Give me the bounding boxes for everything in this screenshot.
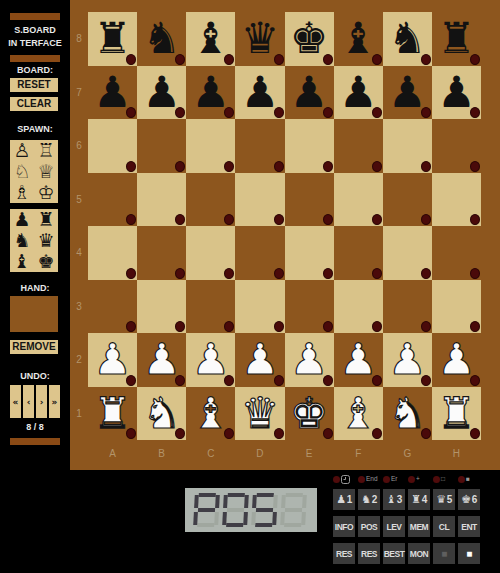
- square-d7[interactable]: ♟: [235, 66, 284, 120]
- black-piece-♟: ♟: [142, 71, 181, 114]
- led-label-1: End: [366, 476, 378, 483]
- led-dot: [433, 476, 440, 483]
- segment-g: [285, 508, 302, 512]
- sensor-dot: [175, 214, 185, 225]
- display-digit-2: [251, 493, 278, 527]
- sensor-dot: [274, 161, 284, 172]
- keypad: EndEr+□■ ♟1♞2♝3♜4♛5♚6INFOPOSLEVMEMCLENTR…: [333, 473, 480, 564]
- square-b5[interactable]: [137, 173, 186, 227]
- spawn-piece-black-5[interactable]: ♚: [34, 251, 58, 272]
- sensor-dot: [372, 375, 382, 386]
- file-label-H: H: [432, 440, 481, 466]
- rank-label-3: 3: [70, 280, 88, 334]
- led-indicator-row: EndEr+□■: [333, 473, 480, 486]
- sensor-dot: [421, 321, 431, 332]
- segment-c: [301, 512, 306, 525]
- black-piece-♟: ♟: [388, 71, 427, 114]
- sensor-dot: [372, 321, 382, 332]
- square-b3[interactable]: [137, 280, 186, 334]
- white-piece-♟: ♟: [388, 338, 427, 381]
- display-digit-1: [222, 493, 249, 527]
- piece-button-number: 3: [397, 494, 402, 505]
- sensor-dot: [470, 107, 480, 118]
- file-labels: ABCDEFGH: [88, 440, 481, 466]
- sensor-dot: [470, 375, 480, 386]
- spawn-section-label: SPAWN:: [0, 124, 70, 134]
- spawn-piece-black-1[interactable]: ♜: [34, 209, 58, 230]
- led-dot: [383, 476, 390, 483]
- square-b7[interactable]: ♟: [137, 66, 186, 120]
- white-piece-♝: ♝: [192, 392, 231, 435]
- segment-d: [284, 523, 301, 527]
- sensor-dot: [274, 321, 284, 332]
- segment-b: [273, 495, 278, 508]
- hand-section-label: HAND:: [0, 283, 70, 293]
- square-g8[interactable]: ♞: [383, 12, 432, 66]
- piece-button-number: 5: [447, 494, 452, 505]
- segment-c: [272, 512, 277, 525]
- black-piece-♟: ♟: [241, 71, 280, 114]
- square-h8[interactable]: ♜: [432, 12, 481, 66]
- file-label-B: B: [137, 440, 186, 466]
- undo-button-2[interactable]: ›: [36, 385, 47, 418]
- piece-button-number: 4: [422, 494, 427, 505]
- clock-icon: [341, 475, 350, 484]
- square-g4[interactable]: [383, 226, 432, 280]
- white-piece-♞: ♞: [388, 392, 427, 435]
- black-piece-♝: ♝: [192, 17, 231, 60]
- sensor-dot: [274, 428, 284, 439]
- sensor-dot: [175, 54, 185, 65]
- sensor-dot: [421, 54, 431, 65]
- piece-button-icon: ♞: [361, 493, 370, 506]
- spawn-piece-white-4[interactable]: ♗: [10, 182, 34, 203]
- sensor-dot: [175, 428, 185, 439]
- white-piece-♜: ♜: [437, 392, 476, 435]
- square-g1[interactable]: ♞: [383, 387, 432, 441]
- rank-label-1: 1: [70, 387, 88, 441]
- piece-button-number: 6: [472, 494, 477, 505]
- square-f6[interactable]: [334, 119, 383, 173]
- square-c3[interactable]: [186, 280, 235, 334]
- undo-button-0[interactable]: «: [10, 385, 21, 418]
- sensor-dot: [126, 107, 136, 118]
- spawn-piece-white-2[interactable]: ♘: [10, 161, 34, 182]
- black-piece-♟: ♟: [290, 71, 329, 114]
- black-piece-♛: ♛: [241, 17, 280, 60]
- segment-b: [215, 495, 220, 508]
- square-e5[interactable]: [285, 173, 334, 227]
- remove-button[interactable]: REMOVE: [10, 340, 58, 354]
- cl-button[interactable]: CL: [433, 516, 455, 537]
- sensor-dot: [224, 375, 234, 386]
- segment-b: [244, 495, 249, 508]
- spawn-piece-white-3[interactable]: ♕: [34, 161, 58, 182]
- white-piece-♟: ♟: [339, 338, 378, 381]
- piece-button-3[interactable]: ♝3: [383, 489, 405, 510]
- sensor-dot: [224, 214, 234, 225]
- piece-button-5[interactable]: ♛5: [433, 489, 455, 510]
- square-d6[interactable]: [235, 119, 284, 173]
- board-section-label: BOARD:: [0, 65, 70, 75]
- black-square-button[interactable]: ■: [433, 543, 455, 564]
- square-g7[interactable]: ♟: [383, 66, 432, 120]
- undo-button-1[interactable]: ‹: [23, 385, 34, 418]
- white-piece-♟: ♟: [241, 338, 280, 381]
- segment-a: [286, 493, 303, 497]
- sensor-dot: [126, 214, 136, 225]
- square-e8[interactable]: ♚: [285, 12, 334, 66]
- rank-labels: 87654321: [70, 12, 88, 440]
- square-c7[interactable]: ♟: [186, 66, 235, 120]
- segment-e: [280, 512, 285, 525]
- piece-button-number: 2: [372, 494, 377, 505]
- piece-button-icon: ♛: [436, 493, 445, 506]
- undo-button-3[interactable]: »: [49, 385, 60, 418]
- square-h4[interactable]: [432, 226, 481, 280]
- square-d3[interactable]: [235, 280, 284, 334]
- sensor-dot: [224, 161, 234, 172]
- spawn-palette-white: ♙♖♘♕♗♔: [10, 140, 58, 203]
- best-button-2[interactable]: BEST: [383, 543, 405, 564]
- white-piece-♜: ♜: [93, 392, 132, 435]
- square-d5[interactable]: [235, 173, 284, 227]
- square-f3[interactable]: [334, 280, 383, 334]
- white-piece-♛: ♛: [241, 392, 280, 435]
- sensor-dot: [421, 161, 431, 172]
- square-a7[interactable]: ♟: [88, 66, 137, 120]
- hand-box[interactable]: [10, 296, 58, 332]
- square-e1[interactable]: ♚: [285, 387, 334, 441]
- sensor-dot: [126, 321, 136, 332]
- sensor-dot: [175, 107, 185, 118]
- sensor-dot: [274, 107, 284, 118]
- spawn-piece-black-3[interactable]: ♛: [34, 230, 58, 251]
- display-digit-3: [280, 493, 307, 527]
- sensor-dot: [224, 321, 234, 332]
- undo-section-label: UNDO:: [0, 371, 70, 381]
- sensor-dot: [421, 214, 431, 225]
- sensor-dot: [372, 428, 382, 439]
- square-h5[interactable]: [432, 173, 481, 227]
- square-e7[interactable]: ♟: [285, 66, 334, 120]
- square-a5[interactable]: [88, 173, 137, 227]
- black-piece-♞: ♞: [142, 17, 181, 60]
- sensor-dot: [323, 54, 333, 65]
- square-a2[interactable]: ♟: [88, 333, 137, 387]
- spawn-piece-black-2[interactable]: ♞: [10, 230, 34, 251]
- square-e2[interactable]: ♟: [285, 333, 334, 387]
- segment-g: [227, 508, 244, 512]
- sensor-dot: [421, 268, 431, 279]
- sensor-dot: [126, 428, 136, 439]
- square-b1[interactable]: ♞: [137, 387, 186, 441]
- piece-button-2[interactable]: ♞2: [358, 489, 380, 510]
- sensor-dot: [372, 161, 382, 172]
- sensor-dot: [372, 214, 382, 225]
- segment-d: [255, 523, 272, 527]
- sensor-dot: [323, 428, 333, 439]
- led-dot: [408, 476, 415, 483]
- square-b8[interactable]: ♞: [137, 12, 186, 66]
- pos-button[interactable]: POS: [358, 516, 380, 537]
- square-f7[interactable]: ♟: [334, 66, 383, 120]
- clear-button[interactable]: CLEAR: [10, 97, 58, 111]
- white-piece-♟: ♟: [93, 338, 132, 381]
- square-c4[interactable]: [186, 226, 235, 280]
- segment-g: [198, 508, 215, 512]
- square-d2[interactable]: ♟: [235, 333, 284, 387]
- square-c8[interactable]: ♝: [186, 12, 235, 66]
- black-piece-♟: ♟: [192, 71, 231, 114]
- led-indicator-5: ■: [458, 473, 480, 486]
- sensor-dot: [421, 375, 431, 386]
- spawn-piece-black-0[interactable]: ♟: [10, 209, 34, 230]
- sensor-dot: [274, 268, 284, 279]
- square-e3[interactable]: [285, 280, 334, 334]
- spawn-piece-white-1[interactable]: ♖: [34, 140, 58, 161]
- sensor-dot: [224, 107, 234, 118]
- led-indicator-3: +: [408, 473, 430, 486]
- square-d4[interactable]: [235, 226, 284, 280]
- segment-a: [199, 493, 216, 497]
- spawn-piece-white-0[interactable]: ♙: [10, 140, 34, 161]
- info-button[interactable]: INFO: [333, 516, 355, 537]
- sensor-dot: [372, 54, 382, 65]
- square-g6[interactable]: [383, 119, 432, 173]
- sensor-dot: [274, 375, 284, 386]
- sensor-dot: [323, 107, 333, 118]
- rank-label-8: 8: [70, 12, 88, 66]
- rank-label-7: 7: [70, 66, 88, 120]
- segment-b: [302, 495, 307, 508]
- segment-f: [194, 495, 199, 508]
- keypad-buttons: ♟1♞2♝3♜4♛5♚6INFOPOSLEVMEMCLENTRESRESBEST…: [333, 489, 480, 564]
- black-piece-♜: ♜: [437, 17, 476, 60]
- black-piece-♝: ♝: [339, 17, 378, 60]
- sensor-dot: [372, 107, 382, 118]
- white-piece-♝: ♝: [339, 392, 378, 435]
- square-g3[interactable]: [383, 280, 432, 334]
- piece-button-icon: ♟: [336, 493, 345, 506]
- led-label-4: □: [441, 476, 445, 483]
- square-g2[interactable]: ♟: [383, 333, 432, 387]
- spawn-palette-black: ♟♜♞♛♝♚: [10, 209, 58, 272]
- divider-bar: [10, 55, 60, 62]
- led-label-2: Er: [391, 476, 398, 483]
- segment-e: [222, 512, 227, 525]
- square-c2[interactable]: ♟: [186, 333, 235, 387]
- square-a4[interactable]: [88, 226, 137, 280]
- square-b4[interactable]: [137, 226, 186, 280]
- segment-d: [226, 523, 243, 527]
- square-c1[interactable]: ♝: [186, 387, 235, 441]
- square-f2[interactable]: ♟: [334, 333, 383, 387]
- led-label-3: +: [416, 476, 420, 483]
- led-label-5: ■: [466, 476, 470, 483]
- segment-c: [243, 512, 248, 525]
- sensor-dot: [470, 161, 480, 172]
- square-h6[interactable]: [432, 119, 481, 173]
- segment-c: [214, 512, 219, 525]
- mon-button-3[interactable]: MON: [408, 543, 430, 564]
- ent-button[interactable]: ENT: [458, 516, 480, 537]
- res-button-1[interactable]: RES: [358, 543, 380, 564]
- divider-bar: [10, 438, 60, 445]
- mem-button[interactable]: MEM: [408, 516, 430, 537]
- sensor-dot: [175, 375, 185, 386]
- square-b6[interactable]: [137, 119, 186, 173]
- sensor-dot: [470, 428, 480, 439]
- led-dot: [333, 476, 340, 483]
- sidebar: S.BOARD IN TERFACE BOARD: RESET CLEAR SP…: [0, 0, 70, 573]
- segment-f: [223, 495, 228, 508]
- rank-label-6: 6: [70, 119, 88, 173]
- square-f5[interactable]: [334, 173, 383, 227]
- sensor-dot: [372, 268, 382, 279]
- segment-f: [252, 495, 257, 508]
- square-h1[interactable]: ♜: [432, 387, 481, 441]
- sensor-dot: [175, 268, 185, 279]
- square-c5[interactable]: [186, 173, 235, 227]
- piece-button-4[interactable]: ♜4: [408, 489, 430, 510]
- sensor-dot: [470, 268, 480, 279]
- segment-a: [228, 493, 245, 497]
- square-f4[interactable]: [334, 226, 383, 280]
- white-piece-♞: ♞: [142, 392, 181, 435]
- square-b2[interactable]: ♟: [137, 333, 186, 387]
- square-e4[interactable]: [285, 226, 334, 280]
- file-label-G: G: [383, 440, 432, 466]
- res-button-0[interactable]: RES: [333, 543, 355, 564]
- square-d1[interactable]: ♛: [235, 387, 284, 441]
- lev-button[interactable]: LEV: [383, 516, 405, 537]
- divider-bar: [10, 13, 60, 20]
- chess-computer-interface: S.BOARD IN TERFACE BOARD: RESET CLEAR SP…: [0, 0, 500, 573]
- seven-segment-display: [185, 488, 317, 532]
- led-dot: [358, 476, 365, 483]
- square-f8[interactable]: ♝: [334, 12, 383, 66]
- sensor-dot: [274, 54, 284, 65]
- piece-button-icon: ♜: [411, 493, 420, 506]
- app-title-line2: IN TERFACE: [0, 38, 70, 48]
- black-piece-♜: ♜: [93, 17, 132, 60]
- undo-counter: 8 / 8: [0, 422, 70, 432]
- rank-label-5: 5: [70, 173, 88, 227]
- black-piece-♟: ♟: [93, 71, 132, 114]
- square-a3[interactable]: [88, 280, 137, 334]
- white-piece-♟: ♟: [290, 338, 329, 381]
- sensor-dot: [224, 54, 234, 65]
- sensor-dot: [175, 321, 185, 332]
- sensor-dot: [421, 107, 431, 118]
- sensor-dot: [224, 428, 234, 439]
- led-dot: [458, 476, 465, 483]
- sensor-dot: [470, 54, 480, 65]
- sensor-dot: [323, 214, 333, 225]
- led-indicator-2: Er: [383, 473, 405, 486]
- black-piece-♟: ♟: [437, 71, 476, 114]
- square-c6[interactable]: [186, 119, 235, 173]
- sensor-dot: [470, 321, 480, 332]
- piece-button-icon: ♚: [461, 493, 470, 506]
- rank-label-4: 4: [70, 226, 88, 280]
- square-f1[interactable]: ♝: [334, 387, 383, 441]
- square-g5[interactable]: [383, 173, 432, 227]
- file-label-C: C: [186, 440, 235, 466]
- piece-button-number: 1: [347, 494, 352, 505]
- sensor-dot: [323, 321, 333, 332]
- spawn-piece-white-5[interactable]: ♔: [34, 182, 58, 203]
- file-label-D: D: [235, 440, 284, 466]
- sensor-dot: [323, 268, 333, 279]
- sensor-dot: [421, 428, 431, 439]
- piece-button-icon: ♝: [386, 493, 395, 506]
- led-indicator-4: □: [433, 473, 455, 486]
- sensor-dot: [126, 54, 136, 65]
- square-h7[interactable]: ♟: [432, 66, 481, 120]
- sensor-dot: [175, 161, 185, 172]
- square-e6[interactable]: [285, 119, 334, 173]
- square-d8[interactable]: ♛: [235, 12, 284, 66]
- sensor-dot: [323, 375, 333, 386]
- sensor-dot: [274, 214, 284, 225]
- white-square-button[interactable]: ■: [458, 543, 480, 564]
- segment-g: [256, 508, 273, 512]
- square-a8[interactable]: ♜: [88, 12, 137, 66]
- white-piece-♟: ♟: [437, 338, 476, 381]
- piece-button-6[interactable]: ♚6: [458, 489, 480, 510]
- segment-e: [193, 512, 198, 525]
- display-digit-0: [193, 493, 220, 527]
- square-h2[interactable]: ♟: [432, 333, 481, 387]
- black-piece-♚: ♚: [290, 17, 329, 60]
- board-frame: 87654321 ♜♞♝♛♚♝♞♜♟♟♟♟♟♟♟♟♟♟♟♟♟♟♟♟♜♞♝♛♚♝♞…: [70, 0, 500, 470]
- sensor-dot: [126, 161, 136, 172]
- black-piece-♞: ♞: [388, 17, 427, 60]
- piece-button-1[interactable]: ♟1: [333, 489, 355, 510]
- segment-f: [281, 495, 286, 508]
- rank-label-2: 2: [70, 333, 88, 387]
- sensor-dot: [470, 214, 480, 225]
- white-piece-♟: ♟: [142, 338, 181, 381]
- app-title-line1: S.BOARD: [0, 25, 70, 35]
- spawn-piece-black-4[interactable]: ♝: [10, 251, 34, 272]
- black-piece-♟: ♟: [339, 71, 378, 114]
- square-a1[interactable]: ♜: [88, 387, 137, 441]
- file-label-E: E: [285, 440, 334, 466]
- reset-button[interactable]: RESET: [10, 78, 58, 92]
- square-a6[interactable]: [88, 119, 137, 173]
- sensor-dot: [126, 375, 136, 386]
- segment-d: [197, 523, 214, 527]
- sensor-dot: [224, 268, 234, 279]
- white-piece-♚: ♚: [290, 392, 329, 435]
- square-h3[interactable]: [432, 280, 481, 334]
- led-indicator-1: End: [358, 473, 380, 486]
- file-label-F: F: [334, 440, 383, 466]
- chess-board: ♜♞♝♛♚♝♞♜♟♟♟♟♟♟♟♟♟♟♟♟♟♟♟♟♜♞♝♛♚♝♞♜: [88, 12, 481, 440]
- segment-a: [257, 493, 274, 497]
- file-label-A: A: [88, 440, 137, 466]
- sensor-dot: [126, 268, 136, 279]
- white-piece-♟: ♟: [192, 338, 231, 381]
- led-indicator-0: [333, 473, 355, 486]
- sensor-dot: [323, 161, 333, 172]
- segment-e: [251, 512, 256, 525]
- undo-controls: «‹›»: [10, 385, 60, 418]
